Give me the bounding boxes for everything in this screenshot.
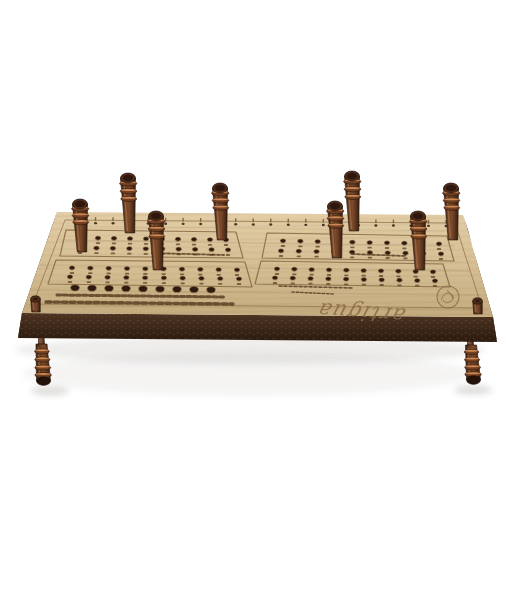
hole-label-engraving bbox=[309, 274, 313, 276]
hole-label-engraving bbox=[199, 283, 203, 285]
hole-label-engraving bbox=[143, 273, 147, 275]
small-hole bbox=[199, 223, 202, 225]
hole-label-engraving bbox=[253, 218, 254, 222]
hole-label-engraving bbox=[275, 273, 279, 275]
hole-label-engraving bbox=[270, 219, 271, 223]
board-photo: artigua bbox=[0, 0, 510, 600]
hole-label-engraving bbox=[298, 245, 302, 247]
photo-stage: artigua bbox=[0, 0, 510, 600]
small-hole bbox=[322, 224, 325, 226]
hole-label-engraving bbox=[279, 255, 283, 257]
small-hole bbox=[304, 224, 307, 226]
shadow bbox=[454, 386, 492, 395]
brand-emblem-icon bbox=[437, 286, 459, 308]
hole-label-engraving bbox=[216, 274, 220, 276]
hole-label-engraving bbox=[125, 273, 129, 275]
hole-label-engraving bbox=[95, 217, 96, 221]
hole-label-engraving bbox=[112, 243, 116, 245]
hole-label-engraving bbox=[224, 244, 228, 246]
hole-label-engraving bbox=[281, 245, 285, 247]
small-hole bbox=[112, 222, 115, 224]
hole-label-engraving bbox=[368, 257, 372, 259]
hole-label-engraving bbox=[235, 274, 239, 276]
hole-label-engraving bbox=[439, 258, 443, 260]
hole-label-engraving bbox=[288, 219, 289, 223]
hole-label-engraving bbox=[127, 253, 131, 255]
hole-label-engraving bbox=[385, 247, 389, 249]
small-hole bbox=[94, 222, 97, 224]
cast-shadows bbox=[15, 336, 492, 396]
hole-label-engraving bbox=[70, 272, 74, 274]
hole-label-engraving bbox=[305, 219, 306, 223]
hole-label-engraving bbox=[226, 254, 230, 256]
leg-top-knob bbox=[473, 298, 483, 314]
hole-label-engraving bbox=[433, 285, 437, 287]
hole-label-engraving bbox=[326, 283, 330, 285]
hole-label-engraving bbox=[162, 282, 166, 284]
small-hole bbox=[427, 225, 430, 227]
board-front-edge-texture bbox=[18, 313, 497, 342]
hole-label-engraving bbox=[143, 282, 147, 284]
hole-label-engraving bbox=[375, 219, 376, 223]
hole-label-engraving bbox=[96, 242, 100, 244]
hole-label-engraving bbox=[379, 275, 383, 277]
hole-label-engraving bbox=[180, 273, 184, 275]
hole-label-engraving bbox=[396, 275, 400, 277]
hole-label-engraving bbox=[165, 218, 166, 222]
hole-label-engraving bbox=[218, 283, 222, 285]
small-hole bbox=[252, 223, 255, 225]
hole-label-engraving bbox=[393, 220, 394, 224]
hole-label-engraving bbox=[273, 282, 277, 284]
hole-label-engraving bbox=[314, 256, 318, 258]
hole-label-engraving bbox=[198, 274, 202, 276]
hole-label-engraving bbox=[200, 218, 201, 222]
hole-label-engraving bbox=[192, 244, 196, 246]
small-hole bbox=[269, 223, 272, 225]
front-left-leg bbox=[35, 344, 52, 385]
hole-label-engraving bbox=[367, 247, 371, 249]
hole-label-engraving bbox=[297, 255, 301, 257]
hole-label-engraving bbox=[124, 282, 128, 284]
hole-label-engraving bbox=[350, 256, 354, 258]
hole-label-engraving bbox=[105, 282, 109, 284]
small-hole bbox=[234, 223, 237, 225]
small-hole bbox=[287, 224, 290, 226]
hole-label-engraving bbox=[428, 220, 429, 224]
hole-label-engraving bbox=[68, 281, 72, 283]
hole-label-engraving bbox=[402, 247, 406, 249]
hole-label-engraving bbox=[361, 275, 365, 277]
hole-label-engraving bbox=[144, 243, 148, 245]
hole-label-engraving bbox=[397, 284, 401, 286]
hole-label-engraving bbox=[327, 274, 331, 276]
hole-label-engraving bbox=[161, 273, 165, 275]
small-hole bbox=[392, 224, 395, 226]
hole-label-engraving bbox=[182, 218, 183, 222]
hole-label-engraving bbox=[111, 253, 115, 255]
hole-label-engraving bbox=[403, 257, 407, 259]
small-hole bbox=[182, 223, 185, 225]
hole-label-engraving bbox=[323, 219, 324, 223]
hole-label-engraving bbox=[413, 276, 417, 278]
hole-label-engraving bbox=[291, 282, 295, 284]
hole-label-engraving bbox=[379, 284, 383, 286]
hole-label-engraving bbox=[237, 283, 241, 285]
hole-label-engraving bbox=[344, 283, 348, 285]
shadow bbox=[23, 352, 473, 396]
hole-label-engraving bbox=[385, 257, 389, 259]
hole-label-engraving bbox=[144, 253, 148, 255]
hole-label-engraving bbox=[235, 218, 236, 222]
hole-label-engraving bbox=[176, 243, 180, 245]
hole-label-engraving bbox=[315, 246, 319, 248]
hole-label-engraving bbox=[88, 272, 92, 274]
leg-top-knob bbox=[31, 296, 41, 312]
hole-label-engraving bbox=[431, 276, 435, 278]
small-hole bbox=[164, 223, 167, 225]
hole-label-engraving bbox=[112, 217, 113, 221]
hole-label-engraving bbox=[87, 281, 91, 283]
small-hole bbox=[374, 224, 377, 226]
hole-label-engraving bbox=[344, 274, 348, 276]
hole-label-engraving bbox=[180, 282, 184, 284]
hole-label-engraving bbox=[308, 283, 312, 285]
hole-label-engraving bbox=[350, 246, 354, 248]
hole-label-engraving bbox=[128, 243, 132, 245]
hole-label-engraving bbox=[437, 248, 441, 250]
hole-label-engraving bbox=[415, 285, 419, 287]
hole-label-engraving bbox=[362, 284, 366, 286]
hole-label-engraving bbox=[94, 252, 98, 254]
hole-label-engraving bbox=[292, 273, 296, 275]
hole-label-engraving bbox=[78, 252, 82, 254]
hole-label-engraving bbox=[208, 244, 212, 246]
hole-label-engraving bbox=[106, 273, 110, 275]
shadow bbox=[31, 387, 69, 396]
